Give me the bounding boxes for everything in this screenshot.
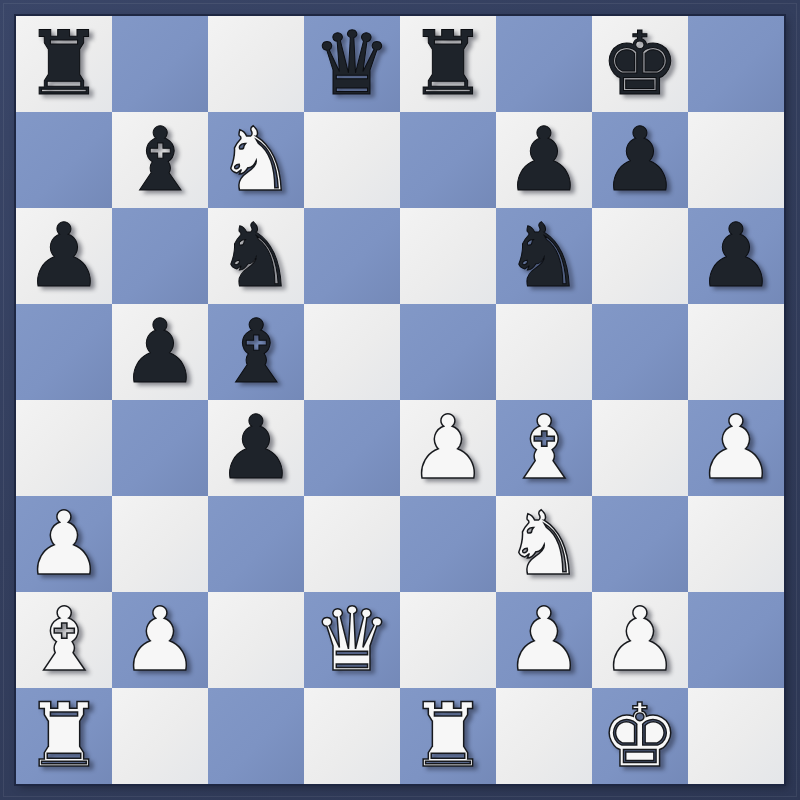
square-f6[interactable]: ♞ [496, 208, 592, 304]
square-a5[interactable] [16, 304, 112, 400]
square-b4[interactable] [112, 400, 208, 496]
square-e8[interactable]: ♜ [400, 16, 496, 112]
square-g4[interactable] [592, 400, 688, 496]
square-a7[interactable] [16, 112, 112, 208]
square-d2[interactable]: ♛ [304, 592, 400, 688]
chess-board: ♜♛♜♚♝♞♟♟♟♞♞♟♟♝♟♟♝♟♟♞♝♟♛♟♟♜♜♚ [16, 16, 784, 784]
square-c1[interactable] [208, 688, 304, 784]
square-h5[interactable] [688, 304, 784, 400]
square-d3[interactable] [304, 496, 400, 592]
piece-black-bishop[interactable]: ♝ [121, 112, 200, 208]
piece-black-king[interactable]: ♚ [601, 16, 680, 112]
square-g6[interactable] [592, 208, 688, 304]
square-a3[interactable]: ♟ [16, 496, 112, 592]
piece-white-pawn[interactable]: ♟ [121, 592, 200, 688]
square-d5[interactable] [304, 304, 400, 400]
piece-black-pawn[interactable]: ♟ [121, 304, 200, 400]
square-e3[interactable] [400, 496, 496, 592]
square-e7[interactable] [400, 112, 496, 208]
piece-white-bishop[interactable]: ♝ [505, 400, 584, 496]
piece-black-pawn[interactable]: ♟ [25, 208, 104, 304]
square-f3[interactable]: ♞ [496, 496, 592, 592]
piece-black-pawn[interactable]: ♟ [601, 112, 680, 208]
square-f5[interactable] [496, 304, 592, 400]
square-e4[interactable]: ♟ [400, 400, 496, 496]
square-e2[interactable] [400, 592, 496, 688]
piece-white-pawn[interactable]: ♟ [601, 592, 680, 688]
square-a2[interactable]: ♝ [16, 592, 112, 688]
piece-black-pawn[interactable]: ♟ [697, 208, 776, 304]
square-e6[interactable] [400, 208, 496, 304]
square-h3[interactable] [688, 496, 784, 592]
square-b6[interactable] [112, 208, 208, 304]
piece-black-bishop[interactable]: ♝ [217, 304, 296, 400]
square-g3[interactable] [592, 496, 688, 592]
square-c7[interactable]: ♞ [208, 112, 304, 208]
square-f2[interactable]: ♟ [496, 592, 592, 688]
square-e1[interactable]: ♜ [400, 688, 496, 784]
square-h8[interactable] [688, 16, 784, 112]
square-a4[interactable] [16, 400, 112, 496]
square-b8[interactable] [112, 16, 208, 112]
piece-white-pawn[interactable]: ♟ [409, 400, 488, 496]
square-c5[interactable]: ♝ [208, 304, 304, 400]
piece-white-queen[interactable]: ♛ [313, 592, 392, 688]
square-f4[interactable]: ♝ [496, 400, 592, 496]
square-c2[interactable] [208, 592, 304, 688]
square-g1[interactable]: ♚ [592, 688, 688, 784]
square-c4[interactable]: ♟ [208, 400, 304, 496]
piece-white-knight[interactable]: ♞ [217, 112, 296, 208]
square-f7[interactable]: ♟ [496, 112, 592, 208]
piece-white-rook[interactable]: ♜ [25, 688, 104, 784]
square-g7[interactable]: ♟ [592, 112, 688, 208]
piece-white-rook[interactable]: ♜ [409, 688, 488, 784]
piece-black-rook[interactable]: ♜ [25, 16, 104, 112]
square-d8[interactable]: ♛ [304, 16, 400, 112]
square-a1[interactable]: ♜ [16, 688, 112, 784]
square-h4[interactable]: ♟ [688, 400, 784, 496]
square-h2[interactable] [688, 592, 784, 688]
square-h6[interactable]: ♟ [688, 208, 784, 304]
square-f8[interactable] [496, 16, 592, 112]
square-b3[interactable] [112, 496, 208, 592]
square-c8[interactable] [208, 16, 304, 112]
piece-white-pawn[interactable]: ♟ [25, 496, 104, 592]
square-g5[interactable] [592, 304, 688, 400]
square-d7[interactable] [304, 112, 400, 208]
piece-black-knight[interactable]: ♞ [505, 208, 584, 304]
square-c3[interactable] [208, 496, 304, 592]
piece-white-king[interactable]: ♚ [601, 688, 680, 784]
square-h1[interactable] [688, 688, 784, 784]
piece-white-knight[interactable]: ♞ [505, 496, 584, 592]
square-h7[interactable] [688, 112, 784, 208]
square-f1[interactable] [496, 688, 592, 784]
piece-white-bishop[interactable]: ♝ [25, 592, 104, 688]
square-d1[interactable] [304, 688, 400, 784]
piece-white-pawn[interactable]: ♟ [505, 592, 584, 688]
square-g2[interactable]: ♟ [592, 592, 688, 688]
piece-black-pawn[interactable]: ♟ [505, 112, 584, 208]
square-b5[interactable]: ♟ [112, 304, 208, 400]
square-e5[interactable] [400, 304, 496, 400]
piece-black-queen[interactable]: ♛ [313, 16, 392, 112]
square-g8[interactable]: ♚ [592, 16, 688, 112]
board-frame: ♜♛♜♚♝♞♟♟♟♞♞♟♟♝♟♟♝♟♟♞♝♟♛♟♟♜♜♚ [0, 0, 800, 800]
square-a8[interactable]: ♜ [16, 16, 112, 112]
square-d4[interactable] [304, 400, 400, 496]
piece-black-rook[interactable]: ♜ [409, 16, 488, 112]
square-d6[interactable] [304, 208, 400, 304]
square-b7[interactable]: ♝ [112, 112, 208, 208]
piece-white-pawn[interactable]: ♟ [697, 400, 776, 496]
square-a6[interactable]: ♟ [16, 208, 112, 304]
piece-black-knight[interactable]: ♞ [217, 208, 296, 304]
piece-black-pawn[interactable]: ♟ [217, 400, 296, 496]
square-c6[interactable]: ♞ [208, 208, 304, 304]
square-b1[interactable] [112, 688, 208, 784]
square-b2[interactable]: ♟ [112, 592, 208, 688]
